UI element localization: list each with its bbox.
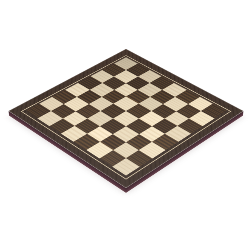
- playing-field: [25, 57, 226, 175]
- chessboard-product-photo: [0, 0, 250, 250]
- square: [126, 134, 152, 150]
- chess-board: [8, 49, 243, 188]
- square: [112, 142, 139, 159]
- square: [112, 126, 138, 142]
- square: [126, 118, 152, 133]
- square: [100, 118, 126, 133]
- square: [138, 111, 163, 126]
- square: [113, 111, 138, 126]
